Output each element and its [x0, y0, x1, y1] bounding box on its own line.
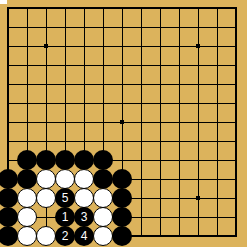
white-stone: [93, 188, 113, 208]
grid-line-vertical: [179, 8, 180, 237]
move-number-label: 4: [81, 230, 88, 242]
black-stone: [112, 188, 132, 208]
grid-line-vertical: [160, 8, 161, 237]
hoshi-point: [196, 44, 200, 48]
black-stone: [74, 150, 94, 170]
black-stone: [112, 226, 132, 246]
white-stone: [55, 169, 75, 189]
grid-line-vertical: [217, 8, 218, 237]
black-stone: [36, 150, 56, 170]
white-stone: [74, 188, 94, 208]
white-stone: [93, 226, 113, 246]
black-stone-move-5: 5: [55, 188, 75, 208]
white-stone: [17, 226, 37, 246]
grid-line-horizontal: [8, 141, 237, 142]
corner-artifact: [0, 0, 7, 4]
black-stone: [93, 150, 113, 170]
black-stone-move-4: 4: [74, 226, 94, 246]
white-stone: [93, 207, 113, 227]
hoshi-point: [196, 196, 200, 200]
white-stone: [36, 169, 56, 189]
white-stone: [74, 169, 94, 189]
black-stone: [112, 169, 132, 189]
black-stone: [93, 169, 113, 189]
grid-line-vertical: [198, 8, 199, 237]
black-stone-move-3: 3: [74, 207, 94, 227]
grid-line-vertical: [141, 8, 142, 237]
black-stone: [17, 150, 37, 170]
black-stone: [112, 207, 132, 227]
black-stone: [0, 226, 18, 246]
move-number-label: 2: [62, 230, 69, 242]
black-stone-move-1: 1: [55, 207, 75, 227]
white-stone: [17, 207, 37, 227]
hoshi-point: [44, 44, 48, 48]
go-diagram-screenshot: 51324: [0, 0, 247, 247]
move-number-label: 5: [62, 192, 69, 204]
go-board: 51324: [0, 0, 247, 247]
hoshi-point: [120, 120, 124, 124]
black-stone: [17, 169, 37, 189]
white-stone: [36, 188, 56, 208]
black-stone: [55, 150, 75, 170]
black-stone-move-2: 2: [55, 226, 75, 246]
white-stone: [36, 226, 56, 246]
move-number-label: 1: [62, 211, 69, 223]
move-number-label: 3: [81, 211, 88, 223]
white-stone: [17, 188, 37, 208]
